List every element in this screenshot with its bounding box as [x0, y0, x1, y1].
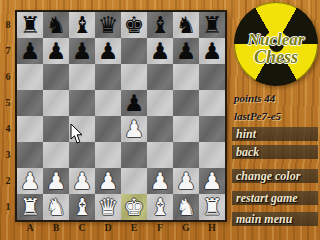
square-f1[interactable]: ♝: [147, 194, 173, 220]
piece-black-knight: ♞: [176, 12, 197, 38]
square-h2[interactable]: ♟: [199, 168, 225, 194]
last-move-label: lastPe7-e5: [234, 109, 318, 123]
piece-white-knight: ♞: [176, 194, 197, 220]
square-c8[interactable]: ♝: [69, 12, 95, 38]
square-e2[interactable]: [121, 168, 147, 194]
square-a7[interactable]: ♟: [17, 38, 43, 64]
nuclear-chess-logo: Nuclear Chess: [234, 2, 318, 86]
square-b3[interactable]: [43, 142, 69, 168]
square-b5[interactable]: [43, 90, 69, 116]
square-g1[interactable]: ♞: [173, 194, 199, 220]
piece-black-rook: ♜: [20, 12, 41, 38]
piece-black-queen: ♛: [98, 12, 119, 38]
piece-white-pawn: ♟: [202, 168, 223, 194]
piece-white-king: ♚: [124, 194, 145, 220]
logo-title-line2: Chess: [234, 47, 318, 68]
square-b8[interactable]: ♞: [43, 12, 69, 38]
square-b4[interactable]: [43, 116, 69, 142]
square-b6[interactable]: [43, 64, 69, 90]
piece-white-bishop: ♝: [150, 194, 171, 220]
piece-black-pawn: ♟: [46, 38, 67, 64]
piece-black-bishop: ♝: [72, 12, 93, 38]
square-a5[interactable]: [17, 90, 43, 116]
square-g4[interactable]: [173, 116, 199, 142]
square-c1[interactable]: ♝: [69, 194, 95, 220]
square-g3[interactable]: [173, 142, 199, 168]
piece-black-rook: ♜: [202, 12, 223, 38]
piece-white-pawn: ♟: [20, 168, 41, 194]
file-labels: ABCDEFGH: [17, 221, 225, 234]
square-e3[interactable]: [121, 142, 147, 168]
square-g7[interactable]: ♟: [173, 38, 199, 64]
rank-label-7: 7: [2, 38, 14, 64]
square-a6[interactable]: [17, 64, 43, 90]
square-d2[interactable]: ♟: [95, 168, 121, 194]
square-g2[interactable]: ♟: [173, 168, 199, 194]
piece-black-pawn: ♟: [20, 38, 41, 64]
piece-black-pawn: ♟: [176, 38, 197, 64]
square-f6[interactable]: [147, 64, 173, 90]
piece-white-pawn: ♟: [176, 168, 197, 194]
square-a1[interactable]: ♜: [17, 194, 43, 220]
square-g5[interactable]: [173, 90, 199, 116]
rank-label-3: 3: [2, 142, 14, 168]
square-f2[interactable]: ♟: [147, 168, 173, 194]
square-d7[interactable]: ♟: [95, 38, 121, 64]
square-c3[interactable]: [69, 142, 95, 168]
rank-label-5: 5: [2, 90, 14, 116]
restart-game-button[interactable]: restart game: [232, 191, 318, 205]
rank-labels: 87654321: [2, 12, 14, 220]
square-d3[interactable]: [95, 142, 121, 168]
piece-white-pawn: ♟: [124, 116, 145, 142]
piece-white-pawn: ♟: [46, 168, 67, 194]
file-label-h: H: [199, 221, 225, 234]
square-a3[interactable]: [17, 142, 43, 168]
square-h3[interactable]: [199, 142, 225, 168]
file-label-f: F: [147, 221, 173, 234]
square-a4[interactable]: [17, 116, 43, 142]
mouse-cursor: [70, 124, 83, 144]
square-h7[interactable]: ♟: [199, 38, 225, 64]
square-g8[interactable]: ♞: [173, 12, 199, 38]
square-f4[interactable]: [147, 116, 173, 142]
square-b2[interactable]: ♟: [43, 168, 69, 194]
square-h1[interactable]: ♜: [199, 194, 225, 220]
square-e8[interactable]: ♚: [121, 12, 147, 38]
square-e4[interactable]: ♟: [121, 116, 147, 142]
piece-white-rook: ♜: [20, 194, 41, 220]
square-e5[interactable]: ♟: [121, 90, 147, 116]
rank-label-1: 1: [2, 194, 14, 220]
piece-white-pawn: ♟: [150, 168, 171, 194]
file-label-e: E: [121, 221, 147, 234]
rank-label-2: 2: [2, 168, 14, 194]
main-menu-button[interactable]: main menu: [232, 212, 318, 226]
piece-white-bishop: ♝: [72, 194, 93, 220]
square-e6[interactable]: [121, 64, 147, 90]
square-d6[interactable]: [95, 64, 121, 90]
square-e7[interactable]: [121, 38, 147, 64]
piece-black-pawn: ♟: [202, 38, 223, 64]
square-a2[interactable]: ♟: [17, 168, 43, 194]
square-d5[interactable]: [95, 90, 121, 116]
hint-button[interactable]: hint: [232, 127, 318, 141]
points-label: points 44: [234, 91, 318, 105]
piece-white-queen: ♛: [98, 194, 119, 220]
square-f3[interactable]: [147, 142, 173, 168]
square-c6[interactable]: [69, 64, 95, 90]
rank-label-8: 8: [2, 12, 14, 38]
file-label-a: A: [17, 221, 43, 234]
square-h8[interactable]: ♜: [199, 12, 225, 38]
square-g6[interactable]: [173, 64, 199, 90]
piece-black-king: ♚: [124, 12, 145, 38]
square-h5[interactable]: [199, 90, 225, 116]
rank-label-6: 6: [2, 64, 14, 90]
square-f7[interactable]: ♟: [147, 38, 173, 64]
piece-black-knight: ♞: [46, 12, 67, 38]
piece-white-knight: ♞: [46, 194, 67, 220]
board: ♜♞♝♛♚♝♞♜♟♟♟♟♟♟♟♟♟♟♟♟♟♟♟♟♜♞♝♛♚♝♞♜: [15, 10, 227, 222]
piece-white-rook: ♜: [202, 194, 223, 220]
change-color-button[interactable]: change color: [232, 169, 318, 183]
square-d8[interactable]: ♛: [95, 12, 121, 38]
file-label-c: C: [69, 221, 95, 234]
file-label-g: G: [173, 221, 199, 234]
file-label-d: D: [95, 221, 121, 234]
square-c5[interactable]: [69, 90, 95, 116]
square-f5[interactable]: [147, 90, 173, 116]
square-e1[interactable]: ♚: [121, 194, 147, 220]
square-h4[interactable]: [199, 116, 225, 142]
square-d1[interactable]: ♛: [95, 194, 121, 220]
piece-white-pawn: ♟: [98, 168, 119, 194]
piece-black-pawn: ♟: [98, 38, 119, 64]
square-c7[interactable]: ♟: [69, 38, 95, 64]
square-b1[interactable]: ♞: [43, 194, 69, 220]
rank-label-4: 4: [2, 116, 14, 142]
square-f8[interactable]: ♝: [147, 12, 173, 38]
square-a8[interactable]: ♜: [17, 12, 43, 38]
piece-black-pawn: ♟: [124, 90, 145, 116]
piece-black-bishop: ♝: [150, 12, 171, 38]
back-button[interactable]: back: [232, 145, 318, 159]
square-c2[interactable]: ♟: [69, 168, 95, 194]
square-d4[interactable]: [95, 116, 121, 142]
square-h6[interactable]: [199, 64, 225, 90]
piece-black-pawn: ♟: [72, 38, 93, 64]
square-b7[interactable]: ♟: [43, 38, 69, 64]
file-label-b: B: [43, 221, 69, 234]
piece-white-pawn: ♟: [72, 168, 93, 194]
piece-black-pawn: ♟: [150, 38, 171, 64]
